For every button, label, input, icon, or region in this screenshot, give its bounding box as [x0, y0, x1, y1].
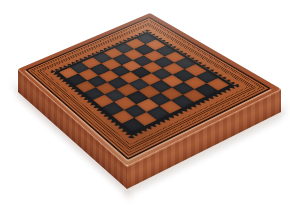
case-top: [18, 13, 281, 166]
product-photo: [0, 0, 290, 207]
